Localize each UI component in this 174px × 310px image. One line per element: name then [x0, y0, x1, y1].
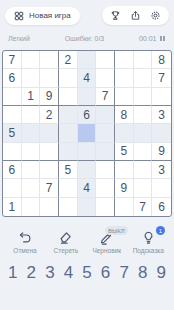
status-bar: Легкий Ошибки: 0/3 00:01 — [0, 35, 174, 42]
settings-button[interactable] — [150, 10, 161, 21]
cell-r9c8[interactable]: 7 — [134, 198, 153, 216]
cell-r1c2[interactable] — [22, 51, 41, 69]
cell-r6c9[interactable]: 9 — [152, 143, 171, 161]
cell-r1c9[interactable]: 8 — [152, 51, 171, 69]
cell-r7c3[interactable] — [40, 161, 59, 179]
cell-r4c6[interactable] — [96, 106, 115, 124]
cell-r1c5[interactable] — [78, 51, 97, 69]
cell-r4c1[interactable] — [3, 106, 22, 124]
undo-button[interactable]: Отмена — [10, 230, 40, 255]
cell-r6c6[interactable] — [96, 143, 115, 161]
cell-r6c8[interactable] — [134, 143, 153, 161]
cell-r8c8[interactable] — [134, 179, 153, 197]
cell-r7c2[interactable] — [22, 161, 41, 179]
cell-r9c9[interactable]: 6 — [152, 198, 171, 216]
settings-icon — [150, 10, 161, 21]
cell-r5c9[interactable] — [152, 124, 171, 142]
cell-r3c5[interactable] — [78, 88, 97, 106]
cell-r4c2[interactable] — [22, 106, 41, 124]
cell-r6c1[interactable] — [3, 143, 22, 161]
cell-r9c7[interactable] — [115, 198, 134, 216]
hint-button[interactable]: 1 Подсказка — [133, 230, 164, 255]
cell-r7c8[interactable] — [134, 161, 153, 179]
erase-button[interactable]: Стереть — [51, 230, 81, 255]
numpad-5[interactable]: 5 — [82, 264, 91, 281]
numpad-7[interactable]: 7 — [119, 264, 128, 281]
toolbar: Отмена Стереть ВЫКЛ Черновик 1 Подсказка — [0, 230, 174, 255]
cell-r4c5[interactable]: 6 — [78, 106, 97, 124]
difficulty-label: Легкий — [8, 35, 30, 42]
cell-r5c4[interactable] — [59, 124, 78, 142]
cell-r2c5[interactable]: 4 — [78, 69, 97, 87]
trophy-icon — [110, 10, 121, 21]
cell-r2c1[interactable]: 6 — [3, 69, 22, 87]
cell-r9c1[interactable]: 1 — [3, 198, 22, 216]
cell-r2c7[interactable] — [115, 69, 134, 87]
cell-r9c3[interactable] — [40, 198, 59, 216]
cell-r5c3[interactable] — [40, 124, 59, 142]
cell-r9c5[interactable] — [78, 198, 97, 216]
cell-r5c8[interactable] — [134, 124, 153, 142]
pause-button[interactable] — [159, 35, 166, 42]
cell-r9c6[interactable] — [96, 198, 115, 216]
cell-r8c5[interactable]: 4 — [78, 179, 97, 197]
cell-r1c1[interactable]: 7 — [3, 51, 22, 69]
errors-counter: Ошибки: 0/3 — [65, 35, 105, 42]
cell-r2c3[interactable] — [40, 69, 59, 87]
cell-r2c2[interactable] — [22, 69, 41, 87]
cell-r6c2[interactable] — [22, 143, 41, 161]
numpad-3[interactable]: 3 — [45, 264, 54, 281]
cell-r5c6[interactable] — [96, 124, 115, 142]
top-bar: Новая игра — [0, 0, 174, 25]
grid-icon — [14, 11, 24, 21]
timer-area: 00:01 — [139, 35, 166, 42]
cell-r7c1[interactable]: 6 — [3, 161, 22, 179]
eraser-icon — [58, 230, 73, 245]
cell-r2c8[interactable] — [134, 69, 153, 87]
cell-r5c5[interactable] — [78, 124, 97, 142]
cell-r5c1[interactable]: 5 — [3, 124, 22, 142]
hint-count-badge: 1 — [156, 226, 165, 235]
cell-r3c3[interactable]: 9 — [40, 88, 59, 106]
cell-r6c4[interactable] — [59, 143, 78, 161]
cell-r3c2[interactable]: 1 — [22, 88, 41, 106]
cell-r6c3[interactable] — [40, 143, 59, 161]
share-button[interactable] — [130, 10, 141, 21]
top-right-actions — [102, 6, 169, 25]
cell-r7c7[interactable] — [115, 161, 134, 179]
number-pad: 123456789 — [0, 264, 174, 281]
cell-r8c2[interactable] — [22, 179, 41, 197]
cell-r2c6[interactable] — [96, 69, 115, 87]
share-icon — [130, 10, 141, 21]
cell-r3c8[interactable] — [134, 88, 153, 106]
cell-r8c3[interactable]: 7 — [40, 179, 59, 197]
notes-label: Черновик — [92, 248, 121, 255]
cell-r8c9[interactable] — [152, 179, 171, 197]
cell-r8c1[interactable] — [3, 179, 22, 197]
cell-r1c7[interactable] — [115, 51, 134, 69]
cell-r2c4[interactable] — [59, 69, 78, 87]
cell-r8c6[interactable] — [96, 179, 115, 197]
cell-r6c7[interactable]: 5 — [115, 143, 134, 161]
numpad-1[interactable]: 1 — [8, 264, 17, 281]
numpad-6[interactable]: 6 — [101, 264, 110, 281]
cell-r3c4[interactable] — [59, 88, 78, 106]
sudoku-board: 7286471972683559653749176 — [2, 50, 172, 217]
timer-value: 00:01 — [139, 35, 157, 42]
cell-r3c1[interactable] — [3, 88, 22, 106]
cell-r1c8[interactable] — [134, 51, 153, 69]
cell-r7c5[interactable] — [78, 161, 97, 179]
cell-r7c9[interactable]: 3 — [152, 161, 171, 179]
numpad-9[interactable]: 9 — [157, 264, 166, 281]
hint-label: Подсказка — [133, 248, 164, 255]
undo-label: Отмена — [13, 248, 36, 255]
notes-off-badge: ВЫКЛ — [105, 226, 128, 235]
bulb-icon — [141, 230, 156, 245]
cell-r1c3[interactable] — [40, 51, 59, 69]
cell-r4c9[interactable]: 3 — [152, 106, 171, 124]
cell-r6c5[interactable] — [78, 143, 97, 161]
cell-r1c6[interactable] — [96, 51, 115, 69]
cell-r3c7[interactable] — [115, 88, 134, 106]
cell-r9c4[interactable] — [59, 198, 78, 216]
cell-r4c8[interactable] — [134, 106, 153, 124]
numpad-2[interactable]: 2 — [27, 264, 36, 281]
cell-r2c9[interactable]: 7 — [152, 69, 171, 87]
numpad-4[interactable]: 4 — [64, 264, 73, 281]
cell-r8c4[interactable] — [59, 179, 78, 197]
cell-r4c4[interactable] — [59, 106, 78, 124]
numpad-8[interactable]: 8 — [138, 264, 147, 281]
cell-r9c2[interactable] — [22, 198, 41, 216]
cell-r4c7[interactable]: 8 — [115, 106, 134, 124]
cell-r1c4[interactable]: 2 — [59, 51, 78, 69]
cell-r4c3[interactable]: 2 — [40, 106, 59, 124]
new-game-button[interactable]: Новая игра — [5, 7, 80, 25]
cell-r7c4[interactable]: 5 — [59, 161, 78, 179]
cell-r7c6[interactable] — [96, 161, 115, 179]
cell-r3c6[interactable]: 7 — [96, 88, 115, 106]
undo-icon — [18, 230, 33, 245]
cell-r3c9[interactable] — [152, 88, 171, 106]
trophy-button[interactable] — [110, 10, 121, 21]
erase-label: Стереть — [54, 248, 79, 255]
notes-button[interactable]: ВЫКЛ Черновик — [92, 230, 122, 255]
cell-r5c7[interactable] — [115, 124, 134, 142]
new-game-label: Новая игра — [29, 12, 71, 20]
cell-r5c2[interactable] — [22, 124, 41, 142]
cell-r8c7[interactable]: 9 — [115, 179, 134, 197]
